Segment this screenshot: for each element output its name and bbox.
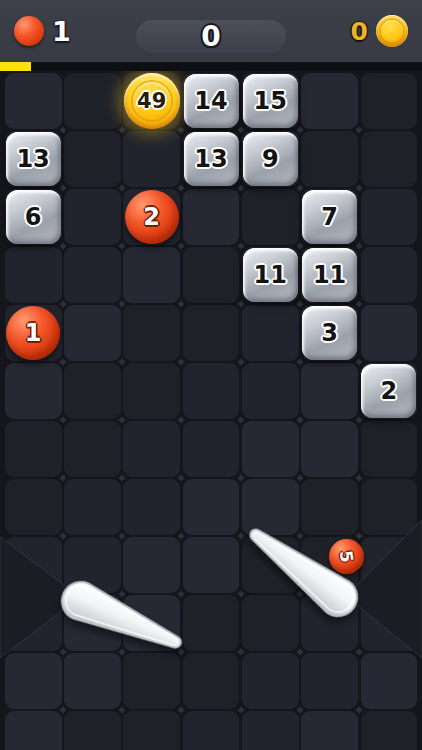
grid-intersection-dot xyxy=(296,706,303,713)
grid-cell xyxy=(183,595,240,651)
grid-cell xyxy=(123,537,180,593)
grid-intersection-dot xyxy=(178,358,185,365)
score-pill: 0 xyxy=(136,20,286,53)
grid-intersection-dot xyxy=(178,184,185,191)
grid-intersection-dot xyxy=(119,126,126,133)
grid-intersection-dot xyxy=(356,474,363,481)
grid-intersection-dot xyxy=(119,358,126,365)
grid-cell xyxy=(242,363,299,419)
grid-cell xyxy=(64,363,121,419)
grid-intersection-dot xyxy=(237,590,244,597)
grid-cell xyxy=(123,247,180,303)
grid-intersection-dot xyxy=(59,126,66,133)
grid-cell xyxy=(123,711,180,750)
grid-intersection-dot xyxy=(178,706,185,713)
grid-intersection-dot xyxy=(237,416,244,423)
grid-cell xyxy=(183,711,240,750)
level-progress-bar xyxy=(0,62,422,71)
grid-intersection-dot xyxy=(356,648,363,655)
brick-number: 9 xyxy=(262,147,279,171)
grid-cell xyxy=(5,363,62,419)
grid-intersection-dot xyxy=(296,300,303,307)
grid-intersection-dot xyxy=(237,300,244,307)
grid-intersection-dot xyxy=(119,648,126,655)
game-screen: 1 0 0 5 491415131396271111132 xyxy=(0,0,422,750)
grid-cell xyxy=(242,711,299,750)
balls-counter: 1 xyxy=(14,16,71,47)
grid-intersection-dot xyxy=(356,242,363,249)
brick-13: 13 xyxy=(6,132,61,186)
grid-cell xyxy=(64,653,121,709)
grid-intersection-dot xyxy=(296,416,303,423)
grid-intersection-dot xyxy=(59,706,66,713)
brick-6: 6 xyxy=(6,190,61,244)
grid-intersection-dot xyxy=(119,242,126,249)
brick-number: 3 xyxy=(321,321,338,345)
grid-cell xyxy=(242,595,299,651)
grid-cell xyxy=(183,479,240,535)
grid-cell xyxy=(301,479,358,535)
brick-11: 11 xyxy=(302,248,357,302)
grid-cell xyxy=(361,595,418,651)
grid-cell xyxy=(183,537,240,593)
brick-number: 7 xyxy=(321,205,338,229)
grid-intersection-dot xyxy=(119,474,126,481)
grid-cell xyxy=(361,189,418,245)
grid-cell xyxy=(242,421,299,477)
brick-number: 11 xyxy=(313,263,346,287)
progress-fill xyxy=(0,62,31,71)
grid-intersection-dot xyxy=(119,300,126,307)
grid-intersection-dot xyxy=(237,358,244,365)
grid-cell xyxy=(183,653,240,709)
score-value: 0 xyxy=(201,23,220,51)
grid-intersection-dot xyxy=(59,300,66,307)
grid-cell xyxy=(5,537,62,593)
top-bar: 1 0 0 xyxy=(0,0,422,62)
grid-cell xyxy=(123,131,180,187)
brick-11: 11 xyxy=(243,248,298,302)
coin-49: 49 xyxy=(124,73,180,129)
grid-cell xyxy=(301,653,358,709)
grid-intersection-dot xyxy=(237,706,244,713)
grid-cell xyxy=(64,189,121,245)
grid-cell xyxy=(5,711,62,750)
grid-intersection-dot xyxy=(178,416,185,423)
grid-intersection-dot xyxy=(296,126,303,133)
grid-intersection-dot xyxy=(59,184,66,191)
grid-cell xyxy=(183,305,240,361)
grid-cell xyxy=(301,131,358,187)
brick-9: 9 xyxy=(243,132,298,186)
grid-cell xyxy=(301,421,358,477)
grid-cell xyxy=(183,247,240,303)
grid-cell xyxy=(183,363,240,419)
game-board[interactable]: 5 491415131396271111132 xyxy=(0,71,422,750)
ball-1: 1 xyxy=(6,306,60,360)
brick-number: 11 xyxy=(254,263,287,287)
brick-number: 13 xyxy=(16,147,49,171)
grid-cell xyxy=(123,479,180,535)
grid-cell xyxy=(361,73,418,129)
balls-count-label: 1 xyxy=(52,16,71,47)
grid-cell xyxy=(5,247,62,303)
grid-intersection-dot xyxy=(59,474,66,481)
grid-cell xyxy=(64,711,121,750)
grid-intersection-dot xyxy=(356,300,363,307)
ball-number: 2 xyxy=(143,205,160,229)
grid-cell xyxy=(5,421,62,477)
grid-intersection-dot xyxy=(237,242,244,249)
grid-intersection-dot xyxy=(356,184,363,191)
brick-13: 13 xyxy=(184,132,239,186)
grid-intersection-dot xyxy=(59,242,66,249)
grid-intersection-dot xyxy=(356,532,363,539)
grid-cell xyxy=(5,479,62,535)
grid-cell xyxy=(123,363,180,419)
grid-intersection-dot xyxy=(296,474,303,481)
grid-cell xyxy=(64,73,121,129)
coins-counter: 0 xyxy=(351,15,408,47)
grid-cell xyxy=(183,189,240,245)
ball-5-number: 5 xyxy=(337,549,355,563)
grid-cell xyxy=(64,421,121,477)
grid-intersection-dot xyxy=(296,184,303,191)
grid-cell xyxy=(301,363,358,419)
grid-cell xyxy=(123,305,180,361)
grid-intersection-dot xyxy=(119,416,126,423)
coin-number: 49 xyxy=(137,91,166,112)
grid-intersection-dot xyxy=(59,648,66,655)
brick-14: 14 xyxy=(184,74,239,128)
brick-number: 15 xyxy=(254,89,287,113)
grid-cell xyxy=(123,421,180,477)
grid-cell xyxy=(64,305,121,361)
brick-number: 13 xyxy=(194,147,227,171)
grid-cell xyxy=(361,131,418,187)
grid-cell xyxy=(361,305,418,361)
grid-intersection-dot xyxy=(178,126,185,133)
brick-number: 14 xyxy=(194,89,227,113)
grid-cell xyxy=(361,537,418,593)
red-ball-icon xyxy=(14,16,44,46)
grid-intersection-dot xyxy=(119,532,126,539)
grid-cell xyxy=(361,479,418,535)
grid-cell xyxy=(64,131,121,187)
coins-count-label: 0 xyxy=(351,17,368,46)
brick-3: 3 xyxy=(302,306,357,360)
brick-15: 15 xyxy=(243,74,298,128)
grid-cell xyxy=(242,189,299,245)
grid-intersection-dot xyxy=(237,474,244,481)
grid-cell xyxy=(242,653,299,709)
grid-intersection-dot xyxy=(119,184,126,191)
grid-intersection-dot xyxy=(59,358,66,365)
ball-2: 2 xyxy=(125,190,179,244)
grid-cell xyxy=(183,421,240,477)
grid-cell xyxy=(361,653,418,709)
grid-cell xyxy=(361,421,418,477)
grid-intersection-dot xyxy=(59,416,66,423)
gold-coin-icon xyxy=(376,15,408,47)
grid-cell xyxy=(301,73,358,129)
grid-intersection-dot xyxy=(178,532,185,539)
grid-cell xyxy=(5,73,62,129)
grid-cell xyxy=(242,305,299,361)
grid-intersection-dot xyxy=(59,532,66,539)
grid-intersection-dot xyxy=(356,706,363,713)
grid-cell xyxy=(361,711,418,750)
grid-intersection-dot xyxy=(296,648,303,655)
grid-cell xyxy=(301,711,358,750)
grid-intersection-dot xyxy=(178,590,185,597)
ball-number: 1 xyxy=(25,321,42,345)
grid-cell xyxy=(361,247,418,303)
brick-number: 2 xyxy=(381,379,398,403)
brick-7: 7 xyxy=(302,190,357,244)
grid-intersection-dot xyxy=(178,242,185,249)
grid-intersection-dot xyxy=(356,416,363,423)
grid-intersection-dot xyxy=(296,358,303,365)
grid-cell xyxy=(5,653,62,709)
grid-intersection-dot xyxy=(296,532,303,539)
grid-intersection-dot xyxy=(178,300,185,307)
brick-2: 2 xyxy=(361,364,416,418)
grid-intersection-dot xyxy=(356,358,363,365)
grid-intersection-dot xyxy=(237,648,244,655)
grid-intersection-dot xyxy=(237,126,244,133)
grid-intersection-dot xyxy=(237,184,244,191)
grid-intersection-dot xyxy=(119,706,126,713)
grid-intersection-dot xyxy=(296,242,303,249)
grid-intersection-dot xyxy=(178,474,185,481)
grid-cell xyxy=(64,479,121,535)
grid-cell xyxy=(64,247,121,303)
brick-number: 6 xyxy=(25,205,42,229)
grid-cell xyxy=(5,595,62,651)
grid-intersection-dot xyxy=(356,126,363,133)
